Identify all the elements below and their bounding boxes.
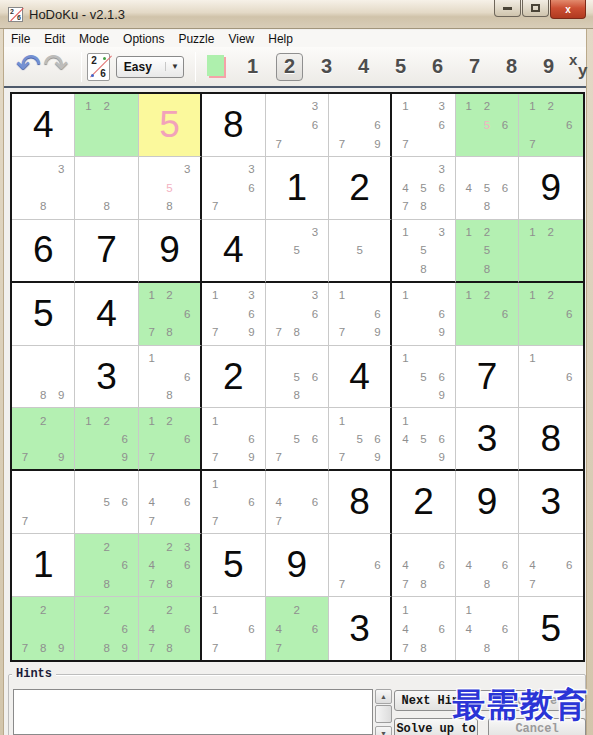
menu-item-options[interactable]: Options — [116, 31, 171, 47]
cell-r7c3[interactable]: 467 — [139, 471, 202, 534]
show-candidates-button[interactable]: 26 — [87, 53, 110, 81]
candidates: 169 — [392, 283, 454, 345]
digit-filter-4[interactable]: 4 — [350, 53, 377, 81]
cell-value: 3 — [541, 481, 562, 523]
difficulty-dropdown[interactable]: Easy ▼ — [116, 56, 185, 78]
toolbar-separator — [81, 52, 82, 82]
cell-r3c6[interactable]: 5 — [329, 220, 392, 283]
candidates: 126 — [519, 283, 582, 345]
cell-r1c3[interactable]: 5 — [139, 94, 202, 157]
candidates: 4678 — [392, 534, 454, 596]
cell-value: 9 — [477, 481, 498, 523]
candidates: 1367 — [392, 94, 454, 156]
cell-r1c1[interactable]: 4 — [12, 94, 75, 157]
cell-r9c5[interactable]: 2467 — [266, 597, 329, 660]
cell-r9c9[interactable]: 5 — [519, 597, 582, 660]
cell-r3c7[interactable]: 1358 — [392, 220, 455, 283]
candidates: 367 — [202, 157, 264, 219]
candidates: 167 — [202, 597, 264, 660]
cell-r6c2[interactable]: 1269 — [75, 408, 138, 471]
cell-r2c8[interactable]: 4568 — [456, 157, 519, 220]
cell-value: 5 — [33, 293, 54, 335]
menu-item-edit[interactable]: Edit — [37, 31, 72, 47]
digit-filter-3[interactable]: 3 — [313, 53, 340, 81]
cell-r2c9[interactable]: 9 — [519, 157, 582, 220]
menu-item-puzzle[interactable]: Puzzle — [171, 31, 221, 47]
cell-value: 6 — [33, 229, 54, 271]
cell-r4c7[interactable]: 169 — [392, 283, 455, 346]
cell-value: 3 — [477, 418, 498, 460]
title-bar[interactable]: 26 HoDoKu - v2.1.3 x — [0, 0, 593, 29]
cell-r3c8[interactable]: 1258 — [456, 220, 519, 283]
cell-r6c6[interactable]: 15679 — [329, 408, 392, 471]
candidates: 167 — [202, 471, 264, 533]
candidates: 367 — [266, 94, 328, 156]
cell-r1c7[interactable]: 1367 — [392, 94, 455, 157]
cell-r9c3[interactable]: 24678 — [139, 597, 202, 660]
cell-value: 5 — [159, 104, 180, 146]
maximize-button[interactable] — [522, 0, 549, 17]
candidates: 345678 — [392, 157, 454, 219]
cell-r8c6[interactable]: 67 — [329, 534, 392, 597]
candidates: 268 — [75, 534, 137, 596]
cell-r1c5[interactable]: 367 — [266, 94, 329, 157]
cell-r1c8[interactable]: 1256 — [456, 94, 519, 157]
candidates: 2689 — [75, 597, 137, 660]
difficulty-value: Easy — [117, 60, 166, 74]
scroll-down-icon[interactable]: ▼ — [375, 726, 392, 735]
candidates: 16 — [519, 346, 582, 408]
candidates: 12678 — [139, 283, 200, 345]
cell-r9c8[interactable]: 1468 — [456, 597, 519, 660]
cell-r8c2[interactable]: 268 — [75, 534, 138, 597]
candidates: 1258 — [456, 220, 518, 281]
cell-r5c5[interactable]: 568 — [266, 346, 329, 409]
cell-r8c3[interactable]: 234678 — [139, 534, 202, 597]
cell-value: 9 — [541, 167, 562, 209]
cell-r2c4[interactable]: 367 — [202, 157, 265, 220]
cell-r5c9[interactable]: 16 — [519, 346, 582, 409]
cell-r4c5[interactable]: 3678 — [266, 283, 329, 346]
candidates: 2789 — [12, 597, 74, 660]
candidates: 679 — [329, 94, 390, 156]
toolbar: ↶ ↷ 26 Easy ▼ 123456789 x y — [4, 47, 586, 88]
cell-r5c6[interactable]: 4 — [329, 346, 392, 409]
candidates: 89 — [12, 346, 74, 408]
cell-r5c3[interactable]: 168 — [139, 346, 202, 409]
close-button[interactable]: x — [550, 0, 586, 19]
candidates: 1679 — [202, 408, 264, 469]
cell-r7c2[interactable]: 56 — [75, 471, 138, 534]
digit-filter-buttons: 123456789 — [234, 53, 567, 81]
cell-value: 2 — [223, 356, 244, 398]
candidates: 13679 — [202, 283, 264, 345]
candidates: 468 — [456, 534, 518, 596]
cell-r4c4[interactable]: 13679 — [202, 283, 265, 346]
menu-item-file[interactable]: File — [4, 31, 37, 47]
candidates: 1358 — [392, 220, 454, 281]
cell-r5c7[interactable]: 1569 — [392, 346, 455, 409]
cell-r9c2[interactable]: 2689 — [75, 597, 138, 660]
cell-value: 4 — [33, 104, 54, 146]
digit-filter-1[interactable]: 1 — [239, 53, 266, 81]
cell-r4c3[interactable]: 12678 — [139, 283, 202, 346]
candidates: 467 — [519, 534, 582, 596]
candidates: 7 — [12, 471, 74, 533]
digit-filter-8[interactable]: 8 — [498, 53, 525, 81]
cell-r8c8[interactable]: 468 — [456, 534, 519, 597]
cell-r6c3[interactable]: 1267 — [139, 408, 202, 471]
cell-r2c5[interactable]: 1 — [266, 157, 329, 220]
cell-r9c6[interactable]: 3 — [329, 597, 392, 660]
digit-filter-9[interactable]: 9 — [535, 53, 562, 81]
candidates: 568 — [266, 346, 328, 408]
candidates: 126 — [456, 283, 518, 345]
candidates: 467 — [266, 471, 328, 533]
cell-r3c2[interactable]: 7 — [75, 220, 138, 283]
digit-filter-2[interactable]: 2 — [276, 53, 303, 81]
watermark-text: 最需教育 — [452, 683, 593, 728]
cell-value: 8 — [223, 104, 244, 146]
cell-r3c1[interactable]: 6 — [12, 220, 75, 283]
cell-value: 1 — [33, 544, 54, 586]
menu-item-help[interactable]: Help — [261, 31, 300, 47]
window-title: HoDoKu - v2.1.3 — [29, 7, 125, 22]
cell-value: 1 — [286, 167, 307, 209]
cell-r6c5[interactable]: 567 — [266, 408, 329, 471]
cell-value: 7 — [96, 229, 117, 271]
cell-r2c2[interactable]: 8 — [75, 157, 138, 220]
hodoku-window: 26 HoDoKu - v2.1.3 x FileEditModeOptions… — [0, 0, 593, 735]
maximize-icon — [531, 4, 540, 12]
candidates: 15679 — [329, 408, 390, 469]
candidates: 567 — [266, 408, 328, 469]
candidates: 5 — [329, 220, 390, 281]
menu-item-view[interactable]: View — [221, 31, 261, 47]
cell-r5c1[interactable]: 89 — [12, 346, 75, 409]
cell-r8c1[interactable]: 1 — [12, 534, 75, 597]
candidates: 8 — [75, 157, 137, 219]
scroll-up-icon[interactable]: ▲ — [375, 689, 392, 704]
cell-r2c7[interactable]: 345678 — [392, 157, 455, 220]
cell-value: 2 — [413, 481, 434, 523]
cell-value: 2 — [349, 167, 370, 209]
candidates: 67 — [329, 534, 390, 596]
candidates: 56 — [75, 471, 137, 533]
cell-r8c7[interactable]: 4678 — [392, 534, 455, 597]
window-frame-left — [0, 29, 4, 735]
app-icon: 26 — [8, 7, 23, 22]
chevron-down-icon: ▼ — [165, 62, 183, 71]
cell-r4c6[interactable]: 1679 — [329, 283, 392, 346]
cell-r2c6[interactable]: 2 — [329, 157, 392, 220]
cell-r6c7[interactable]: 14569 — [392, 408, 455, 471]
candidates: 12 — [519, 220, 582, 281]
scrollbar-thumb[interactable] — [375, 705, 392, 723]
cell-r4c1[interactable]: 5 — [12, 283, 75, 346]
cell-r5c8[interactable]: 7 — [456, 346, 519, 409]
candidates: 279 — [12, 408, 74, 469]
color-swatch-button[interactable] — [207, 55, 224, 76]
window-frame-right — [586, 29, 593, 735]
cell-r7c1[interactable]: 7 — [12, 471, 75, 534]
cell-r6c1[interactable]: 279 — [12, 408, 75, 471]
undo-icon[interactable]: ↶ — [16, 47, 41, 82]
cell-value: 5 — [541, 608, 562, 650]
cell-r6c8[interactable]: 3 — [456, 408, 519, 471]
cell-value: 8 — [349, 481, 370, 523]
candidates: 35 — [266, 220, 328, 281]
cell-r7c8[interactable]: 9 — [456, 471, 519, 534]
cell-r7c5[interactable]: 467 — [266, 471, 329, 534]
candidates: 1468 — [456, 597, 518, 660]
candidates: 168 — [139, 346, 200, 408]
candidates: 1267 — [139, 408, 200, 469]
candidates: 14569 — [392, 408, 454, 469]
close-icon: x — [565, 4, 571, 15]
cell-r4c9[interactable]: 126 — [519, 283, 582, 346]
candidates: 38 — [12, 157, 74, 219]
cell-r6c4[interactable]: 1679 — [202, 408, 265, 471]
cell-r8c9[interactable]: 467 — [519, 534, 582, 597]
candidates: 358 — [139, 157, 200, 219]
candidates: 234678 — [139, 534, 200, 596]
minimize-icon — [503, 7, 512, 10]
xy-filter-button[interactable]: x y — [567, 52, 586, 82]
candidates: 467 — [139, 471, 200, 533]
cell-r7c6[interactable]: 8 — [329, 471, 392, 534]
menu-item-mode[interactable]: Mode — [72, 31, 116, 47]
candidates: 1269 — [75, 408, 137, 469]
cell-r9c4[interactable]: 167 — [202, 597, 265, 660]
cell-r6c9[interactable]: 8 — [519, 408, 582, 471]
cell-r8c5[interactable]: 9 — [266, 534, 329, 597]
cell-value: 4 — [96, 293, 117, 335]
candidates: 12 — [75, 94, 137, 156]
cell-value: 3 — [96, 356, 117, 398]
cell-r4c2[interactable]: 4 — [75, 283, 138, 346]
minimize-button[interactable] — [494, 0, 521, 17]
candidates: 24678 — [139, 597, 200, 660]
cell-r5c4[interactable]: 2 — [202, 346, 265, 409]
cell-r1c4[interactable]: 8 — [202, 94, 265, 157]
digit-filter-6[interactable]: 6 — [424, 53, 451, 81]
candidates: 1267 — [519, 94, 582, 156]
hints-scrollbar[interactable]: ▲ ▼ — [375, 689, 392, 735]
candidates: 1256 — [456, 94, 518, 156]
cell-value: 7 — [477, 356, 498, 398]
redo-icon[interactable]: ↷ — [43, 47, 68, 82]
cell-value: 5 — [223, 544, 244, 586]
cell-r7c7[interactable]: 2 — [392, 471, 455, 534]
cell-value: 4 — [349, 356, 370, 398]
cell-r3c3[interactable]: 9 — [139, 220, 202, 283]
cell-r7c4[interactable]: 167 — [202, 471, 265, 534]
cell-r9c1[interactable]: 2789 — [12, 597, 75, 660]
cell-value: 3 — [349, 608, 370, 650]
cell-r3c4[interactable]: 4 — [202, 220, 265, 283]
cell-r7c9[interactable]: 3 — [519, 471, 582, 534]
cell-r1c2[interactable]: 12 — [75, 94, 138, 157]
cell-value: 8 — [541, 418, 562, 460]
hints-panel-label: Hints — [12, 667, 56, 681]
sudoku-board: 4125836767913671256126738835836712345678… — [10, 92, 585, 662]
candidates: 4568 — [456, 157, 518, 219]
candidates: 14678 — [392, 597, 454, 660]
cell-r3c9[interactable]: 12 — [519, 220, 582, 283]
candidates: 1569 — [392, 346, 454, 408]
toolbar-separator — [195, 52, 196, 82]
cell-r4c8[interactable]: 126 — [456, 283, 519, 346]
hints-textarea[interactable] — [13, 689, 373, 735]
cell-r8c4[interactable]: 5 — [202, 534, 265, 597]
cell-r5c2[interactable]: 3 — [75, 346, 138, 409]
cell-value: 4 — [223, 229, 244, 271]
candidates: 2467 — [266, 597, 328, 660]
cell-r2c3[interactable]: 358 — [139, 157, 202, 220]
digit-filter-5[interactable]: 5 — [387, 53, 414, 81]
cell-r1c9[interactable]: 1267 — [519, 94, 582, 157]
cell-value: 9 — [286, 544, 307, 586]
candidates: 1679 — [329, 283, 390, 345]
cell-r3c5[interactable]: 35 — [266, 220, 329, 283]
candidates: 3678 — [266, 283, 328, 345]
cell-value: 9 — [159, 229, 180, 271]
cell-r2c1[interactable]: 38 — [12, 157, 75, 220]
menu-bar: FileEditModeOptionsPuzzleViewHelp — [4, 30, 586, 47]
cell-r9c7[interactable]: 14678 — [392, 597, 455, 660]
cell-r1c6[interactable]: 679 — [329, 94, 392, 157]
digit-filter-7[interactable]: 7 — [461, 53, 488, 81]
